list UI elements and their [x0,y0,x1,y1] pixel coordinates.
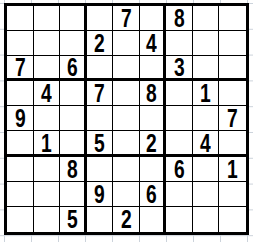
cell-r9c1[interactable] [7,207,34,232]
given-digit: 7 [14,54,25,80]
given-digit: 9 [14,105,25,131]
cell-r3c5[interactable] [113,56,140,81]
cell-r7c9: 1 [219,157,246,182]
given-digit: 2 [94,30,105,56]
cell-r1c7: 8 [166,6,193,31]
cell-r2c8[interactable] [193,31,220,56]
given-digit: 7 [227,105,238,131]
given-digit: 6 [66,54,77,80]
given-digit: 2 [146,130,157,156]
cell-r9c7[interactable] [166,207,193,232]
cell-r5c3[interactable] [60,106,87,131]
cell-r2c9[interactable] [219,31,246,56]
given-digit: 1 [227,156,238,182]
given-digit: 7 [94,80,105,106]
cell-r1c5: 7 [113,6,140,31]
cell-r4c6: 8 [140,81,167,106]
cell-r4c8: 1 [193,81,220,106]
cell-r3c7: 3 [166,56,193,81]
cell-r6c4: 5 [87,131,114,156]
cell-r8c6: 6 [140,182,167,207]
cell-r2c6: 4 [140,31,167,56]
given-digit: 8 [173,5,184,31]
cell-r4c5[interactable] [113,81,140,106]
cell-r9c5: 2 [113,207,140,232]
cell-r9c8[interactable] [193,207,220,232]
given-digit: 5 [94,130,105,156]
cell-r2c4: 2 [87,31,114,56]
cell-r2c5[interactable] [113,31,140,56]
given-digit: 8 [146,80,157,106]
given-digit: 7 [120,5,131,31]
given-digit: 1 [200,80,211,106]
given-digit: 5 [66,206,77,232]
cell-r3c1: 7 [7,56,34,81]
sudoku-board: 782476347819715248619652 [4,3,249,235]
cell-r5c9: 7 [219,106,246,131]
cell-r6c8: 4 [193,131,220,156]
given-digit: 9 [94,181,105,207]
cell-r2c2[interactable] [34,31,61,56]
cell-r7c7: 6 [166,157,193,182]
cell-r8c8[interactable] [193,182,220,207]
given-digit: 4 [41,80,52,106]
cell-r9c4[interactable] [87,207,114,232]
cell-r8c7[interactable] [166,182,193,207]
cell-r7c3: 8 [60,157,87,182]
cell-r4c7[interactable] [166,81,193,106]
cell-r8c3[interactable] [60,182,87,207]
given-digit: 3 [173,54,184,80]
cell-r4c2: 4 [34,81,61,106]
cell-r5c5[interactable] [113,106,140,131]
given-digit: 4 [146,30,157,56]
cell-r1c2[interactable] [34,6,61,31]
cell-r8c9[interactable] [219,182,246,207]
cell-r6c2: 1 [34,131,61,156]
cell-r4c3[interactable] [60,81,87,106]
cell-r8c4: 9 [87,182,114,207]
cell-r6c6: 2 [140,131,167,156]
cell-r7c5[interactable] [113,157,140,182]
cell-r9c6[interactable] [140,207,167,232]
cell-r5c1: 9 [7,106,34,131]
cell-r1c1[interactable] [7,6,34,31]
given-digit: 6 [146,181,157,207]
cell-r1c9[interactable] [219,6,246,31]
given-digit: 1 [41,130,52,156]
cell-r6c5[interactable] [113,131,140,156]
cell-r8c5[interactable] [113,182,140,207]
cell-r1c8[interactable] [193,6,220,31]
cell-r1c3[interactable] [60,6,87,31]
cell-r8c1[interactable] [7,182,34,207]
cell-r9c3: 5 [60,207,87,232]
cell-r5c7[interactable] [166,106,193,131]
cell-r6c1[interactable] [7,131,34,156]
given-digit: 8 [66,156,77,182]
cell-r7c8[interactable] [193,157,220,182]
cell-r3c3: 6 [60,56,87,81]
cell-r7c2[interactable] [34,157,61,182]
given-digit: 6 [173,156,184,182]
cell-r4c4: 7 [87,81,114,106]
cell-r9c9[interactable] [219,207,246,232]
cell-r8c2[interactable] [34,182,61,207]
cell-r3c9[interactable] [219,56,246,81]
given-digit: 2 [120,206,131,232]
cell-r7c1[interactable] [7,157,34,182]
cell-r9c2[interactable] [34,207,61,232]
given-digit: 4 [200,130,211,156]
